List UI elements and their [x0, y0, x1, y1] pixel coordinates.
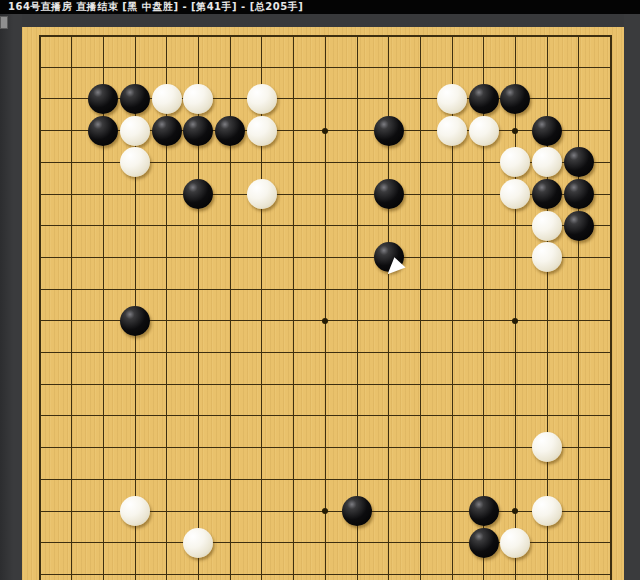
stone-black [88, 116, 118, 146]
stone-white [183, 84, 213, 114]
left-gutter [0, 14, 22, 580]
stone-black [564, 211, 594, 241]
stone-black [469, 84, 499, 114]
stone-black [500, 84, 530, 114]
stone-black [469, 528, 499, 558]
stone-white [120, 116, 150, 146]
stone-white [120, 147, 150, 177]
stone-white [500, 147, 530, 177]
stone-white [437, 116, 467, 146]
stone-black [374, 179, 404, 209]
stone-black [532, 179, 562, 209]
stone-black [88, 84, 118, 114]
window-title: 164号直播房 直播结束 [黑 中盘胜] - [第41手] - [总205手] [8, 1, 303, 12]
scrollbar-button[interactable] [0, 16, 8, 29]
stone-black [215, 116, 245, 146]
stone-black [342, 496, 372, 526]
stone-black [183, 179, 213, 209]
stone-white [183, 528, 213, 558]
stone-black [564, 179, 594, 209]
stone-white [437, 84, 467, 114]
stone-white [247, 116, 277, 146]
right-gutter [624, 14, 640, 580]
stone-white [500, 528, 530, 558]
stone-white [532, 211, 562, 241]
stone-white [532, 496, 562, 526]
stone-white [500, 179, 530, 209]
stone-black [183, 116, 213, 146]
stone-black [374, 116, 404, 146]
stone-white [532, 147, 562, 177]
stone-white [120, 496, 150, 526]
go-board[interactable] [22, 27, 624, 580]
stone-white [469, 116, 499, 146]
stone-white [532, 432, 562, 462]
last-move-marker-icon [388, 257, 406, 274]
stone-black [374, 242, 404, 272]
stone-white [247, 179, 277, 209]
stone-black [532, 116, 562, 146]
titlebar: 164号直播房 直播结束 [黑 中盘胜] - [第41手] - [总205手] [0, 0, 640, 14]
stone-black [120, 84, 150, 114]
stone-black [152, 116, 182, 146]
stone-white [247, 84, 277, 114]
stone-black [469, 496, 499, 526]
stone-white [532, 242, 562, 272]
stone-black [564, 147, 594, 177]
app-window: 164号直播房 直播结束 [黑 中盘胜] - [第41手] - [总205手] [0, 0, 640, 580]
stones-layer [24, 27, 624, 580]
stone-black [120, 306, 150, 336]
stone-white [152, 84, 182, 114]
